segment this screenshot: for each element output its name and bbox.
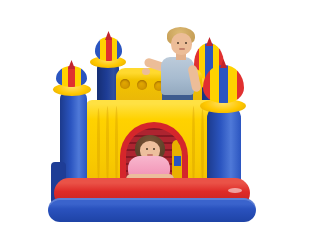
boy-face (171, 33, 192, 55)
front-right-dome (203, 65, 244, 103)
boy-eye (185, 42, 187, 44)
boy-mouth (179, 48, 185, 50)
porthole-icon (137, 80, 147, 90)
wall-seam (201, 108, 204, 184)
wall-seam (97, 108, 100, 182)
girl-eye (146, 148, 148, 150)
porthole-icon (120, 79, 130, 89)
back-right-dome-tip (206, 37, 213, 46)
boy-hand (142, 68, 150, 75)
blue-base-ring (48, 198, 256, 222)
boy-eye (177, 42, 179, 44)
interior-wall-glimpse (174, 156, 181, 166)
brand-logo-mark (228, 188, 242, 193)
product-photo-castle-bouncer (40, 16, 264, 240)
front-left-dome-tip (68, 60, 75, 69)
front-left-dome (56, 66, 87, 87)
back-left-dome (95, 37, 122, 61)
wall-seam (106, 106, 109, 184)
wall-seam (192, 106, 195, 186)
wall-seam (115, 106, 118, 186)
girl-eye (153, 148, 155, 150)
back-left-dome-tip (105, 31, 112, 40)
